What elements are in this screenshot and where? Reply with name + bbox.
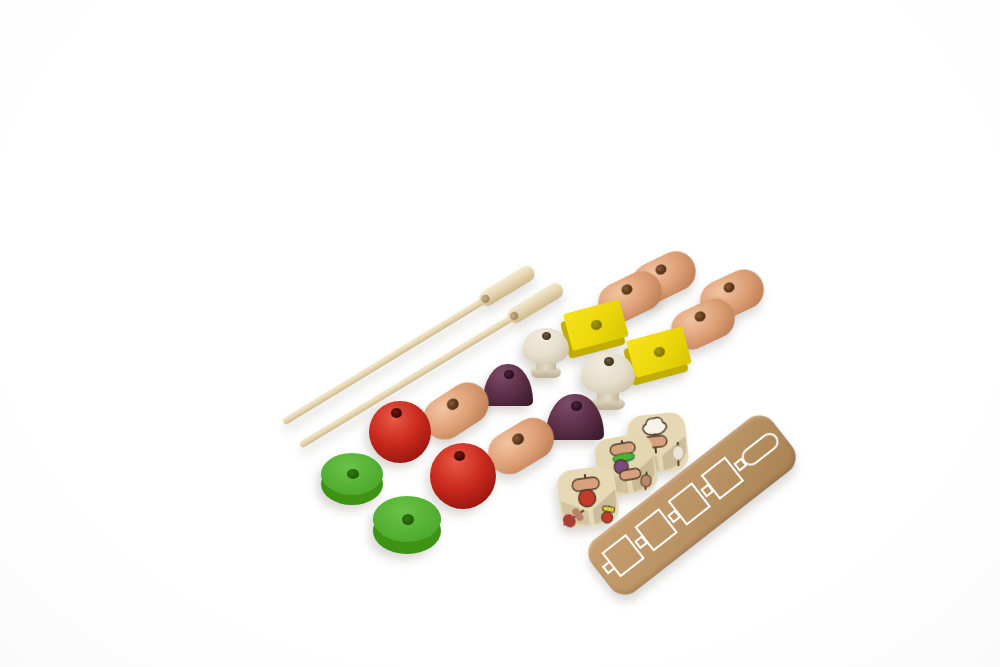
bead-hole [347,469,359,479]
cucumber-slice-2 [373,496,441,554]
die-skewer-illustration-sausage-tomato [554,463,622,531]
mushroom-piece-1 [523,328,569,378]
corn-square-1 [563,299,631,358]
bead-hole [402,514,414,525]
bead-hole [620,283,634,297]
card-handle-outline [738,429,782,469]
bead-hole [722,281,736,295]
bead-hole [454,451,465,461]
product-photo-scene [0,0,1000,667]
bead-hole [504,370,514,379]
recipe-die-1 [554,463,622,531]
bead-hole [542,332,551,340]
bead-hole [604,357,614,366]
corn-square-2 [626,326,694,385]
bead-hole [510,431,526,447]
bead-hole [571,401,582,411]
bead-hole [445,396,461,412]
bead-hole [693,310,707,324]
bead-hole [391,408,402,418]
bead-hole [654,263,668,277]
